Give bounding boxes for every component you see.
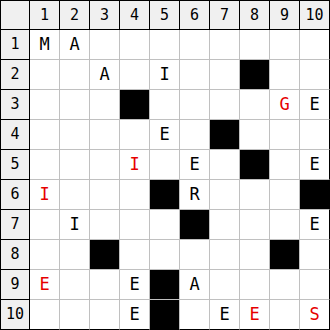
cell-7-5[interactable]: [150, 210, 180, 240]
block-cell-4-7: [210, 120, 240, 150]
cell-7-3[interactable]: [90, 210, 120, 240]
cell-1-9[interactable]: [270, 30, 300, 60]
row-header-5: 5: [0, 150, 30, 180]
col-header-3: 3: [90, 0, 120, 30]
block-cell-6-5: [150, 180, 180, 210]
cell-4-2[interactable]: [60, 120, 90, 150]
cell-2-5[interactable]: I: [150, 60, 180, 90]
cell-1-6[interactable]: [180, 30, 210, 60]
cell-2-4[interactable]: [120, 60, 150, 90]
cell-10-6[interactable]: [180, 300, 210, 330]
cell-8-7[interactable]: [210, 240, 240, 270]
cell-8-10[interactable]: [300, 240, 330, 270]
cell-3-2[interactable]: [60, 90, 90, 120]
block-cell-7-6: [180, 210, 210, 240]
cell-10-10[interactable]: S: [300, 300, 330, 330]
cell-2-10[interactable]: [300, 60, 330, 90]
col-header-8: 8: [240, 0, 270, 30]
cell-1-3[interactable]: [90, 30, 120, 60]
cell-9-7[interactable]: [210, 270, 240, 300]
cell-4-8[interactable]: [240, 120, 270, 150]
block-cell-2-8: [240, 60, 270, 90]
cell-3-1[interactable]: [30, 90, 60, 120]
cell-7-8[interactable]: [240, 210, 270, 240]
cell-7-2[interactable]: I: [60, 210, 90, 240]
cell-2-9[interactable]: [270, 60, 300, 90]
cell-7-1[interactable]: [30, 210, 60, 240]
col-header-2: 2: [60, 0, 90, 30]
cell-10-3[interactable]: [90, 300, 120, 330]
cell-3-6[interactable]: [180, 90, 210, 120]
cell-3-5[interactable]: [150, 90, 180, 120]
cell-8-2[interactable]: [60, 240, 90, 270]
cell-5-1[interactable]: [30, 150, 60, 180]
cell-5-6[interactable]: E: [180, 150, 210, 180]
cell-4-4[interactable]: [120, 120, 150, 150]
row-header-6: 6: [0, 180, 30, 210]
row-header-7: 7: [0, 210, 30, 240]
col-header-1: 1: [30, 0, 60, 30]
row-header-3: 3: [0, 90, 30, 120]
cell-2-1[interactable]: [30, 60, 60, 90]
cell-7-7[interactable]: [210, 210, 240, 240]
cell-1-5[interactable]: [150, 30, 180, 60]
cell-4-5[interactable]: E: [150, 120, 180, 150]
cell-5-9[interactable]: [270, 150, 300, 180]
col-header-10: 10: [300, 0, 330, 30]
corner-cell: [0, 0, 30, 30]
cell-6-4[interactable]: [120, 180, 150, 210]
cell-6-8[interactable]: [240, 180, 270, 210]
cell-10-9[interactable]: [270, 300, 300, 330]
cell-1-4[interactable]: [120, 30, 150, 60]
cell-2-6[interactable]: [180, 60, 210, 90]
cell-7-4[interactable]: [120, 210, 150, 240]
cell-1-8[interactable]: [240, 30, 270, 60]
block-cell-3-4: [120, 90, 150, 120]
cell-6-3[interactable]: [90, 180, 120, 210]
cell-5-2[interactable]: [60, 150, 90, 180]
col-header-7: 7: [210, 0, 240, 30]
cell-10-8[interactable]: E: [240, 300, 270, 330]
cell-3-8[interactable]: [240, 90, 270, 120]
block-cell-6-10: [300, 180, 330, 210]
cell-4-10[interactable]: [300, 120, 330, 150]
cell-9-4[interactable]: E: [120, 270, 150, 300]
cell-6-2[interactable]: [60, 180, 90, 210]
block-cell-9-5: [150, 270, 180, 300]
cell-8-4[interactable]: [120, 240, 150, 270]
row-header-2: 2: [0, 60, 30, 90]
cell-4-6[interactable]: [180, 120, 210, 150]
cell-9-1[interactable]: E: [30, 270, 60, 300]
cell-1-10[interactable]: [300, 30, 330, 60]
cell-6-1[interactable]: I: [30, 180, 60, 210]
cell-5-4[interactable]: I: [120, 150, 150, 180]
cell-9-9[interactable]: [270, 270, 300, 300]
cell-10-4[interactable]: E: [120, 300, 150, 330]
col-header-4: 4: [120, 0, 150, 30]
cell-5-7[interactable]: [210, 150, 240, 180]
block-cell-5-8: [240, 150, 270, 180]
cell-4-9[interactable]: [270, 120, 300, 150]
cell-9-3[interactable]: [90, 270, 120, 300]
cell-8-1[interactable]: [30, 240, 60, 270]
cell-10-1[interactable]: [30, 300, 60, 330]
cell-7-10[interactable]: E: [300, 210, 330, 240]
cell-6-9[interactable]: [270, 180, 300, 210]
cell-1-7[interactable]: [210, 30, 240, 60]
cell-1-1[interactable]: M: [30, 30, 60, 60]
col-header-6: 6: [180, 0, 210, 30]
cell-3-3[interactable]: [90, 90, 120, 120]
cell-9-2[interactable]: [60, 270, 90, 300]
block-cell-10-5: [150, 300, 180, 330]
cell-2-2[interactable]: [60, 60, 90, 90]
cell-3-9[interactable]: G: [270, 90, 300, 120]
cell-8-8[interactable]: [240, 240, 270, 270]
row-header-1: 1: [0, 30, 30, 60]
cell-9-6[interactable]: A: [180, 270, 210, 300]
cell-9-8[interactable]: [240, 270, 270, 300]
row-header-9: 9: [0, 270, 30, 300]
cell-3-7[interactable]: [210, 90, 240, 120]
cell-4-1[interactable]: [30, 120, 60, 150]
cell-1-2[interactable]: A: [60, 30, 90, 60]
cell-10-7[interactable]: E: [210, 300, 240, 330]
cell-2-3[interactable]: A: [90, 60, 120, 90]
cell-6-7[interactable]: [210, 180, 240, 210]
block-cell-8-3: [90, 240, 120, 270]
col-header-9: 9: [270, 0, 300, 30]
row-header-8: 8: [0, 240, 30, 270]
row-header-10: 10: [0, 300, 30, 330]
cell-5-5[interactable]: [150, 150, 180, 180]
cell-10-2[interactable]: [60, 300, 90, 330]
cell-2-7[interactable]: [210, 60, 240, 90]
cell-5-3[interactable]: [90, 150, 120, 180]
cell-8-6[interactable]: [180, 240, 210, 270]
cell-4-3[interactable]: [90, 120, 120, 150]
cell-3-10[interactable]: E: [300, 90, 330, 120]
cell-7-9[interactable]: [270, 210, 300, 240]
cell-9-10[interactable]: [300, 270, 330, 300]
cell-5-10[interactable]: E: [300, 150, 330, 180]
row-header-4: 4: [0, 120, 30, 150]
col-header-5: 5: [150, 0, 180, 30]
block-cell-8-9: [270, 240, 300, 270]
puzzle-grid: 123456789101MA2AI3GE4E5IEE6IR7IE89EEA10E…: [0, 0, 330, 330]
cell-8-5[interactable]: [150, 240, 180, 270]
cell-6-6[interactable]: R: [180, 180, 210, 210]
